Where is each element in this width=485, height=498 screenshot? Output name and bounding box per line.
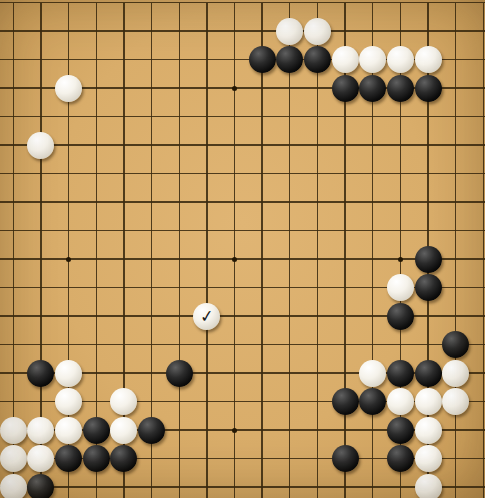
grid-line [0,230,485,231]
white-stone [0,445,27,472]
black-stone [83,445,110,472]
grid-line [0,486,485,487]
white-stone [332,46,359,73]
grid-line [0,30,485,31]
black-stone [387,75,414,102]
grid-line [317,3,318,498]
grid-line [261,3,262,498]
white-stone [387,388,414,415]
grid-line [289,3,290,498]
black-stone [166,360,193,387]
black-stone [110,445,137,472]
star-point [232,86,237,91]
white-stone [442,360,469,387]
grid-line [206,3,207,498]
black-stone [332,445,359,472]
grid-line [179,3,180,498]
white-stone [55,417,82,444]
white-stone [415,417,442,444]
black-stone [415,360,442,387]
black-stone [387,360,414,387]
black-stone [359,75,386,102]
black-stone [442,331,469,358]
grid-line [455,3,456,498]
white-stone [55,75,82,102]
white-stone [415,46,442,73]
white-stone [415,474,442,498]
black-stone [27,474,54,498]
white-stone [359,46,386,73]
grid-line [0,2,485,3]
black-stone [138,417,165,444]
white-stone [442,388,469,415]
white-stone [415,445,442,472]
grid-line [0,116,485,117]
white-stone [27,417,54,444]
white-stone [387,274,414,301]
grid-line [0,344,485,345]
black-stone [332,388,359,415]
black-stone [415,75,442,102]
grid-line [0,258,485,259]
white-stone [27,445,54,472]
black-stone [387,417,414,444]
white-stone [304,18,331,45]
white-stone [415,388,442,415]
star-point [232,257,237,262]
black-stone [359,388,386,415]
grid-line [0,173,485,174]
black-stone [332,75,359,102]
black-stone [387,303,414,330]
grid-line [483,3,484,498]
white-stone [55,360,82,387]
white-stone [110,388,137,415]
white-stone [110,417,137,444]
star-point [66,257,71,262]
black-stone [276,46,303,73]
star-point [398,257,403,262]
white-stone [276,18,303,45]
black-stone [387,445,414,472]
white-stone [27,132,54,159]
black-stone [27,360,54,387]
white-stone [359,360,386,387]
last-move-checkmark-marker: ✓ [199,307,215,325]
black-stone [249,46,276,73]
black-stone [415,246,442,273]
grid-line [234,3,235,498]
white-stone [0,417,27,444]
white-stone [387,46,414,73]
white-stone [0,474,27,498]
black-stone [415,274,442,301]
white-stone [55,388,82,415]
black-stone [304,46,331,73]
black-stone [83,417,110,444]
grid-line [0,144,485,145]
white-stone: ✓ [193,303,220,330]
grid-line [0,201,485,202]
black-stone [55,445,82,472]
go-board[interactable]: ✓ [0,0,485,498]
star-point [232,428,237,433]
